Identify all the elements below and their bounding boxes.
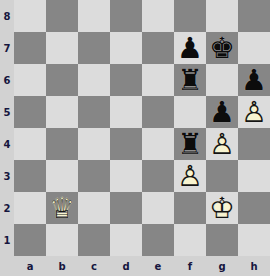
rank-label-6: 6 [0, 64, 14, 96]
file-label-d: d [110, 256, 142, 276]
white-queen-b2[interactable]: ♛♕ [46, 192, 78, 224]
square-h3[interactable] [238, 160, 270, 192]
pawn-glyph: ♟ [238, 64, 270, 96]
square-c3[interactable] [78, 160, 110, 192]
pawn-glyph-outline: ♙ [238, 96, 270, 128]
square-d6[interactable] [110, 64, 142, 96]
square-b2[interactable]: ♛♕ [46, 192, 78, 224]
square-g6[interactable] [206, 64, 238, 96]
square-e5[interactable] [142, 96, 174, 128]
square-a4[interactable] [14, 128, 46, 160]
pawn-glyph-fill: ♟ [238, 96, 270, 128]
square-b8[interactable] [46, 0, 78, 32]
chess-board: 87♟♚6♜♟5♟♟♙4♜♟♙3♟♙2♛♕♚♔1abcdefgh [0, 0, 270, 276]
square-g5[interactable]: ♟ [206, 96, 238, 128]
square-f3[interactable]: ♟♙ [174, 160, 206, 192]
square-b4[interactable] [46, 128, 78, 160]
square-h5[interactable]: ♟♙ [238, 96, 270, 128]
square-b7[interactable] [46, 32, 78, 64]
square-g3[interactable] [206, 160, 238, 192]
square-a5[interactable] [14, 96, 46, 128]
square-d2[interactable] [110, 192, 142, 224]
square-g2[interactable]: ♚♔ [206, 192, 238, 224]
square-a6[interactable] [14, 64, 46, 96]
square-c6[interactable] [78, 64, 110, 96]
corner-spacer [0, 256, 14, 276]
square-g4[interactable]: ♟♙ [206, 128, 238, 160]
rank-label-1: 1 [0, 224, 14, 256]
square-a1[interactable] [14, 224, 46, 256]
square-b5[interactable] [46, 96, 78, 128]
square-h2[interactable] [238, 192, 270, 224]
square-f6[interactable]: ♜ [174, 64, 206, 96]
square-e1[interactable] [142, 224, 174, 256]
black-pawn-f7[interactable]: ♟ [174, 32, 206, 64]
square-f2[interactable] [174, 192, 206, 224]
square-g1[interactable] [206, 224, 238, 256]
square-d7[interactable] [110, 32, 142, 64]
rank-label-4: 4 [0, 128, 14, 160]
pawn-glyph: ♟ [174, 32, 206, 64]
square-d3[interactable] [110, 160, 142, 192]
square-c7[interactable] [78, 32, 110, 64]
file-label-a: a [14, 256, 46, 276]
square-h6[interactable]: ♟ [238, 64, 270, 96]
file-label-g: g [206, 256, 238, 276]
square-h4[interactable] [238, 128, 270, 160]
square-e6[interactable] [142, 64, 174, 96]
square-e4[interactable] [142, 128, 174, 160]
square-d8[interactable] [110, 0, 142, 32]
square-a8[interactable] [14, 0, 46, 32]
king-glyph: ♚ [206, 32, 238, 64]
square-c1[interactable] [78, 224, 110, 256]
pawn-glyph: ♟ [206, 96, 238, 128]
rook-glyph: ♜ [174, 64, 206, 96]
king-glyph-outline: ♔ [206, 192, 238, 224]
rank-label-7: 7 [0, 32, 14, 64]
square-e2[interactable] [142, 192, 174, 224]
square-c8[interactable] [78, 0, 110, 32]
square-d5[interactable] [110, 96, 142, 128]
black-rook-f6[interactable]: ♜ [174, 64, 206, 96]
square-f8[interactable] [174, 0, 206, 32]
square-f4[interactable]: ♜ [174, 128, 206, 160]
square-e3[interactable] [142, 160, 174, 192]
square-g7[interactable]: ♚ [206, 32, 238, 64]
square-b3[interactable] [46, 160, 78, 192]
square-d4[interactable] [110, 128, 142, 160]
rook-glyph: ♜ [174, 128, 206, 160]
queen-glyph-fill: ♛ [46, 192, 78, 224]
rank-label-2: 2 [0, 192, 14, 224]
pawn-glyph-fill: ♟ [206, 128, 238, 160]
white-king-g2[interactable]: ♚♔ [206, 192, 238, 224]
pawn-glyph-outline: ♙ [206, 128, 238, 160]
rank-label-3: 3 [0, 160, 14, 192]
square-d1[interactable] [110, 224, 142, 256]
white-pawn-g4[interactable]: ♟♙ [206, 128, 238, 160]
black-king-g7[interactable]: ♚ [206, 32, 238, 64]
pawn-glyph-fill: ♟ [174, 160, 206, 192]
square-a3[interactable] [14, 160, 46, 192]
square-h8[interactable] [238, 0, 270, 32]
square-e7[interactable] [142, 32, 174, 64]
king-glyph-fill: ♚ [206, 192, 238, 224]
black-rook-f4[interactable]: ♜ [174, 128, 206, 160]
black-pawn-h6[interactable]: ♟ [238, 64, 270, 96]
square-b6[interactable] [46, 64, 78, 96]
white-pawn-h5[interactable]: ♟♙ [238, 96, 270, 128]
rank-label-8: 8 [0, 0, 14, 32]
square-b1[interactable] [46, 224, 78, 256]
square-c5[interactable] [78, 96, 110, 128]
file-label-c: c [78, 256, 110, 276]
rank-label-5: 5 [0, 96, 14, 128]
square-h7[interactable] [238, 32, 270, 64]
black-pawn-g5[interactable]: ♟ [206, 96, 238, 128]
square-f5[interactable] [174, 96, 206, 128]
square-e8[interactable] [142, 0, 174, 32]
square-c4[interactable] [78, 128, 110, 160]
file-label-h: h [238, 256, 270, 276]
file-label-b: b [46, 256, 78, 276]
square-g8[interactable] [206, 0, 238, 32]
square-a2[interactable] [14, 192, 46, 224]
square-a7[interactable] [14, 32, 46, 64]
white-pawn-f3[interactable]: ♟♙ [174, 160, 206, 192]
square-f7[interactable]: ♟ [174, 32, 206, 64]
file-label-f: f [174, 256, 206, 276]
square-h1[interactable] [238, 224, 270, 256]
square-c2[interactable] [78, 192, 110, 224]
file-label-e: e [142, 256, 174, 276]
square-f1[interactable] [174, 224, 206, 256]
queen-glyph-outline: ♕ [46, 192, 78, 224]
pawn-glyph-outline: ♙ [174, 160, 206, 192]
